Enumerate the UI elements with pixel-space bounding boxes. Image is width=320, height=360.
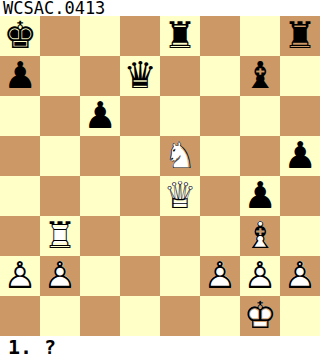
square-g2[interactable]: ♟♙ [240,256,280,296]
square-e4[interactable]: ♛♕ [160,176,200,216]
square-h7[interactable] [280,56,320,96]
square-h4[interactable] [280,176,320,216]
square-e1[interactable] [160,296,200,336]
square-e6[interactable] [160,96,200,136]
square-d1[interactable] [120,296,160,336]
move-prompt: 1. ? [0,336,320,360]
piece-glyph: ♟ [280,136,320,176]
square-c2[interactable] [80,256,120,296]
square-g5[interactable] [240,136,280,176]
square-h2[interactable]: ♟♙ [280,256,320,296]
white-knight-icon: ♞♘ [160,136,200,176]
square-c6[interactable]: ♟ [80,96,120,136]
black-rook-icon: ♜ [280,16,320,56]
square-b6[interactable] [40,96,80,136]
square-f5[interactable] [200,136,240,176]
white-king-icon: ♚♔ [240,296,280,336]
square-g7[interactable]: ♝ [240,56,280,96]
square-d3[interactable] [120,216,160,256]
square-c1[interactable] [80,296,120,336]
black-pawn-icon: ♟ [240,176,280,216]
piece-glyph: ♙ [40,256,80,296]
square-h1[interactable] [280,296,320,336]
piece-glyph: ♜ [160,16,200,56]
square-d8[interactable] [120,16,160,56]
piece-glyph: ♙ [0,256,40,296]
square-b3[interactable]: ♜♖ [40,216,80,256]
square-b1[interactable] [40,296,80,336]
white-pawn-icon: ♟♙ [200,256,240,296]
puzzle-id: WCSAC.0413 [0,0,320,16]
black-pawn-icon: ♟ [280,136,320,176]
square-b5[interactable] [40,136,80,176]
piece-glyph: ♝ [240,56,280,96]
white-pawn-icon: ♟♙ [0,256,40,296]
square-c5[interactable] [80,136,120,176]
square-h8[interactable]: ♜ [280,16,320,56]
piece-glyph: ♔ [240,296,280,336]
square-a2[interactable]: ♟♙ [0,256,40,296]
square-g3[interactable]: ♝♗ [240,216,280,256]
square-f7[interactable] [200,56,240,96]
square-a1[interactable] [0,296,40,336]
square-h6[interactable] [280,96,320,136]
square-a7[interactable]: ♟ [0,56,40,96]
piece-glyph: ♙ [280,256,320,296]
square-e3[interactable] [160,216,200,256]
black-rook-icon: ♜ [160,16,200,56]
square-e2[interactable] [160,256,200,296]
square-a8[interactable]: ♚ [0,16,40,56]
white-rook-icon: ♜♖ [40,216,80,256]
white-bishop-icon: ♝♗ [240,216,280,256]
square-h3[interactable] [280,216,320,256]
square-d2[interactable] [120,256,160,296]
piece-glyph: ♖ [40,216,80,256]
square-d4[interactable] [120,176,160,216]
black-pawn-icon: ♟ [0,56,40,96]
piece-glyph: ♟ [240,176,280,216]
square-a5[interactable] [0,136,40,176]
piece-glyph: ♕ [160,176,200,216]
square-b8[interactable] [40,16,80,56]
piece-glyph: ♙ [240,256,280,296]
black-king-icon: ♚ [0,16,40,56]
square-c3[interactable] [80,216,120,256]
square-a6[interactable] [0,96,40,136]
white-queen-icon: ♛♕ [160,176,200,216]
piece-glyph: ♙ [200,256,240,296]
square-a3[interactable] [0,216,40,256]
square-b7[interactable] [40,56,80,96]
square-g1[interactable]: ♚♔ [240,296,280,336]
square-f6[interactable] [200,96,240,136]
square-g6[interactable] [240,96,280,136]
square-c8[interactable] [80,16,120,56]
piece-glyph: ♜ [280,16,320,56]
square-c4[interactable] [80,176,120,216]
square-c7[interactable] [80,56,120,96]
white-pawn-icon: ♟♙ [240,256,280,296]
piece-glyph: ♗ [240,216,280,256]
black-pawn-icon: ♟ [80,96,120,136]
piece-glyph: ♛ [120,56,160,96]
square-a4[interactable] [0,176,40,216]
square-g8[interactable] [240,16,280,56]
chess-board: ♚♜♜♟♛♝♟♞♘♟♛♕♟♜♖♝♗♟♙♟♙♟♙♟♙♟♙♚♔ [0,16,320,336]
square-h5[interactable]: ♟ [280,136,320,176]
square-e8[interactable]: ♜ [160,16,200,56]
square-e7[interactable] [160,56,200,96]
black-queen-icon: ♛ [120,56,160,96]
square-f4[interactable] [200,176,240,216]
square-d6[interactable] [120,96,160,136]
piece-glyph: ♟ [80,96,120,136]
square-f1[interactable] [200,296,240,336]
piece-glyph: ♟ [0,56,40,96]
square-f2[interactable]: ♟♙ [200,256,240,296]
white-pawn-icon: ♟♙ [280,256,320,296]
square-d7[interactable]: ♛ [120,56,160,96]
square-d5[interactable] [120,136,160,176]
white-pawn-icon: ♟♙ [40,256,80,296]
square-b2[interactable]: ♟♙ [40,256,80,296]
square-e5[interactable]: ♞♘ [160,136,200,176]
black-bishop-icon: ♝ [240,56,280,96]
piece-glyph: ♘ [160,136,200,176]
square-b4[interactable] [40,176,80,216]
square-f8[interactable] [200,16,240,56]
piece-glyph: ♚ [0,16,40,56]
square-f3[interactable] [200,216,240,256]
square-g4[interactable]: ♟ [240,176,280,216]
